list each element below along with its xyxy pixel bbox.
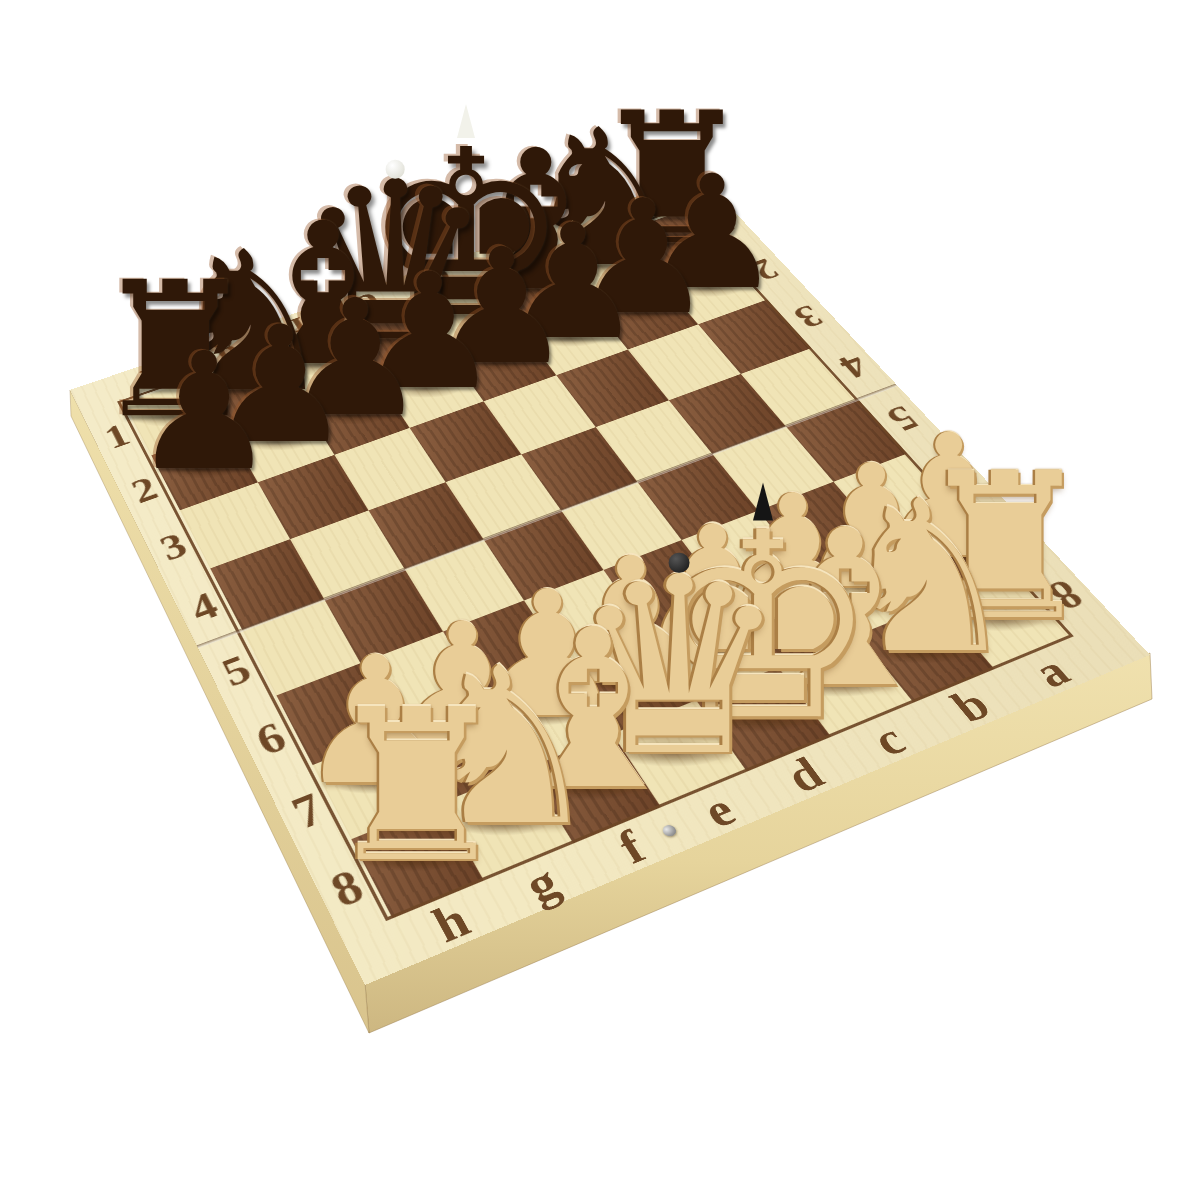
piece-shadow-g1 bbox=[185, 374, 305, 405]
pieces-layer: ♜♞♟♝♟♚♟♛♟♝♟♞♟♜♟♟♟♟♟♜♟♞♟♝♟♚♟♛♟♝♞♜ bbox=[0, 0, 1200, 1200]
piece-shadow-g7 bbox=[404, 735, 512, 763]
dark-rook-a1: ♜ bbox=[545, 89, 799, 270]
piece-shadow-f2 bbox=[302, 402, 402, 428]
light-pawn-g7: ♟ bbox=[340, 601, 585, 776]
light-rook-h8: ♜ bbox=[270, 681, 564, 891]
light-pawn-e7: ♟ bbox=[510, 535, 752, 708]
piece-shadow-h1 bbox=[113, 401, 229, 431]
piece-shadow-g8 bbox=[434, 806, 568, 841]
queen-finial-white-ball bbox=[386, 160, 405, 179]
light-rook-a8: ♜ bbox=[864, 448, 1147, 650]
dark-pawn-a2: ♟ bbox=[602, 155, 822, 312]
light-pawn-b7: ♟ bbox=[752, 442, 991, 612]
dark-pawn-b2: ♟ bbox=[533, 179, 754, 337]
piece-shadow-b1 bbox=[541, 251, 658, 281]
piece-shadow-b8 bbox=[855, 635, 986, 669]
piece-shadow-f7 bbox=[489, 702, 597, 730]
piece-shadow-c1 bbox=[471, 275, 591, 306]
light-pawn-c7: ♟ bbox=[673, 472, 913, 643]
piece-shadow-e1 bbox=[322, 322, 458, 357]
piece-shadow-a2 bbox=[659, 276, 756, 301]
dark-knight-g1: ♞ bbox=[115, 226, 385, 419]
piece-shadow-d1 bbox=[389, 296, 532, 333]
king-finial-white-spike bbox=[457, 104, 475, 138]
piece-shadow-c2 bbox=[520, 325, 618, 350]
piece-shadow-f1 bbox=[257, 349, 379, 380]
dark-pawn-g2: ♟ bbox=[167, 304, 393, 465]
light-knight-g8: ♞ bbox=[354, 639, 657, 855]
piece-shadow-h2 bbox=[150, 456, 250, 482]
piece-shadow-c7 bbox=[735, 604, 841, 631]
dark-pawn-d2: ♟ bbox=[390, 228, 613, 387]
piece-shadow-h8 bbox=[347, 843, 477, 877]
piece-shadow-d2 bbox=[448, 350, 547, 375]
piece-shadow-e8 bbox=[597, 733, 749, 772]
dark-bishop-c1: ♝ bbox=[400, 126, 671, 320]
dark-bishop-f1: ♝ bbox=[186, 198, 461, 394]
piece-shadow-d8 bbox=[677, 698, 836, 739]
piece-shadow-h7 bbox=[317, 770, 426, 798]
piece-shadow-e2 bbox=[376, 376, 475, 402]
piece-shadow-c8 bbox=[773, 667, 907, 702]
piece-shadow-f8 bbox=[520, 770, 656, 805]
dark-pawn-e2: ♟ bbox=[317, 253, 541, 413]
dark-pawn-f2: ♟ bbox=[243, 278, 468, 439]
light-bishop-f8: ♝ bbox=[440, 601, 748, 821]
dark-rook-h1: ♜ bbox=[44, 257, 306, 444]
queen-finial-black-ball bbox=[669, 552, 690, 573]
piece-shadow-b2 bbox=[590, 300, 688, 325]
piece-shadow-g2 bbox=[226, 429, 326, 455]
light-pawn-a7: ♟ bbox=[830, 412, 1067, 582]
light-bishop-c8: ♝ bbox=[694, 501, 997, 717]
light-pawn-d7: ♟ bbox=[592, 504, 833, 676]
dark-queen-e1: ♛ bbox=[242, 153, 549, 372]
piece-shadow-b7 bbox=[814, 573, 920, 600]
light-pawn-f7: ♟ bbox=[426, 568, 670, 742]
light-king-d8: ♚ bbox=[583, 500, 943, 757]
light-queen-e8: ♛ bbox=[507, 544, 850, 789]
dark-pawn-h2: ♟ bbox=[91, 331, 318, 493]
dark-knight-b1: ♞ bbox=[472, 106, 736, 295]
king-finial-black-spike bbox=[753, 483, 773, 521]
piece-shadow-e7 bbox=[573, 669, 680, 697]
dark-pawn-c2: ♟ bbox=[462, 203, 684, 361]
piece-shadow-a8 bbox=[937, 603, 1062, 635]
light-pawn-h7: ♟ bbox=[253, 634, 499, 810]
dark-king-d1: ♚ bbox=[305, 119, 627, 349]
piece-shadow-a7 bbox=[892, 542, 997, 569]
light-knight-b8: ♞ bbox=[778, 473, 1073, 684]
piece-shadow-d7 bbox=[655, 636, 762, 664]
piece-shadow-a1 bbox=[611, 228, 723, 257]
product-photo-scene: 1122334455667788hhggffeeddccbbaa ♜♞♟♝♟♚♟… bbox=[0, 0, 1200, 1200]
